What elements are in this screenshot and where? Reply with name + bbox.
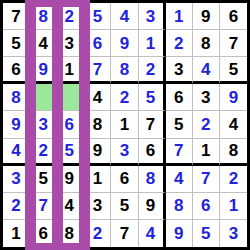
cell-r9c6[interactable]: 4 [139,220,166,247]
cell-r4c5[interactable]: 2 [111,84,138,111]
cell-r7c5[interactable]: 6 [111,166,138,193]
cell-r1c6[interactable]: 3 [139,3,166,30]
cell-r1c8[interactable]: 9 [193,3,220,30]
cell-r3c9[interactable]: 5 [220,57,247,84]
cell-r3c3[interactable]: 1 [57,57,84,84]
cell-r8c4[interactable]: 3 [84,193,111,220]
cell-r3c8[interactable]: 4 [193,57,220,84]
cell-r6c1[interactable]: 4 [3,139,30,166]
cell-r4c2[interactable] [30,84,57,111]
cell-r6c2[interactable]: 2 [30,139,57,166]
cell-r8c2[interactable]: 7 [30,193,57,220]
sudoku-board: 7825431965436912876917823458425639936817… [0,0,250,250]
cell-r1c4[interactable]: 5 [84,3,111,30]
cell-r8c9[interactable]: 1 [220,193,247,220]
cell-r7c7[interactable]: 4 [166,166,193,193]
cell-r9c4[interactable]: 2 [84,220,111,247]
cell-r9c7[interactable]: 9 [166,220,193,247]
cell-r1c5[interactable]: 4 [111,3,138,30]
cell-r2c1[interactable]: 5 [3,30,30,57]
cell-r6c8[interactable]: 1 [193,139,220,166]
cell-r9c8[interactable]: 5 [193,220,220,247]
cell-r2c6[interactable]: 1 [139,30,166,57]
cell-r4c3[interactable] [57,84,84,111]
cell-r8c3[interactable]: 4 [57,193,84,220]
cell-r3c4[interactable]: 7 [84,57,111,84]
cell-r4c6[interactable]: 5 [139,84,166,111]
cell-r1c7[interactable]: 1 [166,3,193,30]
cell-r2c4[interactable]: 6 [84,30,111,57]
cell-r5c1[interactable]: 9 [3,111,30,138]
cell-r7c4[interactable]: 1 [84,166,111,193]
cell-r9c2[interactable]: 6 [30,220,57,247]
cell-r6c5[interactable]: 3 [111,139,138,166]
cell-r5c4[interactable]: 8 [84,111,111,138]
cell-r7c6[interactable]: 8 [139,166,166,193]
cell-r9c3[interactable]: 8 [57,220,84,247]
cell-r5c7[interactable]: 5 [166,111,193,138]
cell-r6c4[interactable]: 9 [84,139,111,166]
cell-r9c9[interactable]: 3 [220,220,247,247]
cell-r4c4[interactable]: 4 [84,84,111,111]
cell-r1c1[interactable]: 7 [3,3,30,30]
cell-r8c5[interactable]: 5 [111,193,138,220]
cell-r3c1[interactable]: 6 [3,57,30,84]
cell-r5c6[interactable]: 7 [139,111,166,138]
cell-r5c8[interactable]: 2 [193,111,220,138]
cell-r6c9[interactable]: 8 [220,139,247,166]
cell-r3c2[interactable]: 9 [30,57,57,84]
cell-r5c3[interactable]: 6 [57,111,84,138]
cell-r7c1[interactable]: 3 [3,166,30,193]
cell-r4c8[interactable]: 3 [193,84,220,111]
cell-r1c9[interactable]: 6 [220,3,247,30]
cell-r8c7[interactable]: 8 [166,193,193,220]
cell-r2c3[interactable]: 3 [57,30,84,57]
cell-r3c5[interactable]: 8 [111,57,138,84]
cell-r4c1[interactable]: 8 [3,84,30,111]
cell-r7c9[interactable]: 2 [220,166,247,193]
cell-r3c7[interactable]: 3 [166,57,193,84]
cell-r5c9[interactable]: 4 [220,111,247,138]
cell-r1c2[interactable]: 8 [30,3,57,30]
cell-r6c6[interactable]: 6 [139,139,166,166]
cell-r9c5[interactable]: 7 [111,220,138,247]
cell-r8c1[interactable]: 2 [3,193,30,220]
sudoku-grid: 7825431965436912876917823458425639936817… [3,3,247,247]
cell-r4c7[interactable]: 6 [166,84,193,111]
cell-r2c9[interactable]: 7 [220,30,247,57]
cell-r2c8[interactable]: 8 [193,30,220,57]
cell-r2c2[interactable]: 4 [30,30,57,57]
cell-r7c2[interactable]: 5 [30,166,57,193]
cell-r5c2[interactable]: 3 [30,111,57,138]
cell-r9c1[interactable]: 1 [3,220,30,247]
cell-r4c9[interactable]: 9 [220,84,247,111]
cell-r3c6[interactable]: 2 [139,57,166,84]
cell-r7c3[interactable]: 9 [57,166,84,193]
cell-r8c8[interactable]: 6 [193,193,220,220]
cell-r6c7[interactable]: 7 [166,139,193,166]
cell-r7c8[interactable]: 7 [193,166,220,193]
cell-r2c7[interactable]: 2 [166,30,193,57]
cell-r1c3[interactable]: 2 [57,3,84,30]
cell-r2c5[interactable]: 9 [111,30,138,57]
cell-r8c6[interactable]: 9 [139,193,166,220]
cell-r5c5[interactable]: 1 [111,111,138,138]
cell-r6c3[interactable]: 5 [57,139,84,166]
